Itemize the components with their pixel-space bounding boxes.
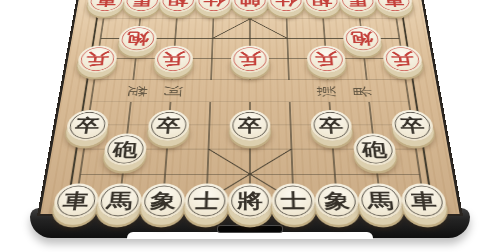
board-point: 仕 [196,0,233,9]
piece-ring [187,185,226,216]
board-point: 卒 [65,113,109,137]
board-point: 車 [375,0,414,9]
piece-ring [232,112,267,139]
piece-character: 炮 [126,31,150,46]
piece-character: 相 [311,0,333,7]
black-piece[interactable]: 士 [184,183,229,218]
board-point [346,69,387,91]
board-point [187,137,229,162]
board-point: 兵 [154,48,194,69]
board-point: 兵 [307,48,347,69]
board-point: 卒 [229,113,270,137]
piece-ring [317,185,357,216]
board-point: 車 [400,187,447,214]
board-point [271,137,313,162]
board-point: 車 [87,0,126,9]
piece-character: 車 [95,0,118,7]
board-point: 馬 [339,0,377,9]
board-point: 卒 [147,113,189,137]
piece-ring [313,112,350,139]
board-point: 砲 [353,137,397,162]
board-point [394,137,439,162]
piece-ring [68,112,107,139]
board-point [192,48,231,69]
board-point [270,113,311,137]
board-point [304,9,342,28]
board-point [190,91,231,114]
piece-ring [274,185,313,216]
board-point: 將 [228,187,272,214]
piece-ring [106,135,145,163]
board-point [385,69,427,91]
board-point [269,69,309,91]
board-point: 仕 [268,0,305,9]
board-point: 炮 [118,29,158,49]
board-point [152,69,193,91]
board-point: 象 [314,187,359,214]
piece-character: 仕 [203,0,225,7]
board-point [312,137,355,162]
board-point [73,69,115,91]
piece-character: 兵 [162,51,186,66]
black-piece[interactable]: 馬 [96,183,143,218]
piece-character: 車 [382,0,405,7]
board-point: 兵 [231,48,270,69]
black-piece[interactable]: 將 [228,183,272,218]
base-latch[interactable] [218,226,282,232]
piece-character: 兵 [390,51,415,66]
board-point [112,69,153,91]
board-point [230,69,269,91]
piece-character: 相 [167,0,189,7]
board-point [158,9,196,28]
board-point [61,137,106,162]
board-point: 馬 [123,0,161,9]
black-piece[interactable]: 象 [140,183,186,218]
board-point: 炮 [342,29,382,49]
board-point [348,91,390,114]
board-point [308,69,349,91]
board-point: 士 [271,187,315,214]
board-point [109,91,151,114]
board-point [145,137,188,162]
base-recess [127,232,373,239]
board-point [269,48,308,69]
black-piece[interactable]: 象 [314,183,360,218]
board-point: 兵 [382,48,423,69]
black-piece[interactable]: 車 [400,183,449,218]
board-point [84,9,123,28]
board-point [377,9,416,28]
scene: 楚河 漢界 車馬相仕帥仕相馬車炮炮兵兵兵兵兵卒卒卒卒卒砲砲車馬象士將士象馬車 [0,0,500,252]
board-point [193,29,231,49]
piece-ring [143,185,183,216]
piece-character: 兵 [85,51,110,66]
piece-character: 兵 [314,51,338,66]
board-point: 馬 [357,187,403,214]
board-point: 相 [159,0,196,9]
piece-ring [360,185,401,216]
board-point [115,48,155,69]
black-piece[interactable]: 士 [271,183,316,218]
board-point: 士 [184,187,228,214]
board-point: 馬 [96,187,142,214]
board-point: 相 [303,0,340,9]
board-point [268,29,306,49]
piece-layer: 車馬相仕帥仕相馬車炮炮兵兵兵兵兵卒卒卒卒卒砲砲車馬象士將士象馬車 [52,0,447,214]
board-point: 卒 [391,113,435,137]
piece-character: 帥 [239,0,260,7]
piece-ring [231,185,269,216]
board-point: 車 [52,187,99,214]
piece-character: 馬 [131,0,154,7]
piece-ring [403,185,445,216]
board-point [188,113,229,137]
piece-character: 馬 [346,0,369,7]
piece-character: 仕 [275,0,297,7]
board-point: 兵 [77,48,118,69]
piece-ring [150,112,187,139]
board-point [270,91,311,114]
piece-ring [55,185,97,216]
board-point [191,69,231,91]
board-point [229,137,271,162]
board-point: 帥 [232,0,268,9]
board-point [232,9,269,28]
black-piece[interactable]: 車 [52,183,101,218]
piece-character: 兵 [239,51,262,66]
piece-character: 炮 [350,31,374,46]
piece-ring [355,135,394,163]
piece-ring [393,112,432,139]
board-point [268,9,305,28]
board-point: 象 [140,187,185,214]
piece-ring [99,185,140,216]
board-point: 砲 [103,137,147,162]
board-point [344,48,384,69]
board-point: 卒 [310,113,352,137]
black-piece[interactable]: 馬 [357,183,404,218]
xiangqi-board: 楚河 漢界 車馬相仕帥仕相馬車炮炮兵兵兵兵兵卒卒卒卒卒砲砲車馬象士將士象馬車 [37,0,463,216]
board-point [195,9,232,28]
